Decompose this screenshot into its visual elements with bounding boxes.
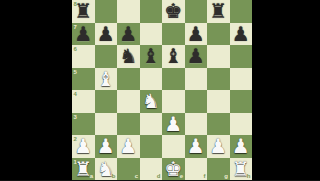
- square-d6[interactable]: ♝: [140, 45, 163, 68]
- square-e5[interactable]: [162, 68, 185, 91]
- piece-black-pawn[interactable]: ♟: [95, 23, 118, 46]
- piece-black-pawn[interactable]: ♟: [117, 23, 140, 46]
- square-g2[interactable]: ♟: [207, 135, 230, 158]
- square-b8[interactable]: [95, 0, 118, 23]
- square-e2[interactable]: [162, 135, 185, 158]
- square-d8[interactable]: [140, 0, 163, 23]
- piece-white-knight[interactable]: ♞: [140, 90, 163, 113]
- square-e8[interactable]: ♚: [162, 0, 185, 23]
- square-d7[interactable]: [140, 23, 163, 46]
- square-f4[interactable]: [185, 90, 208, 113]
- piece-white-knight[interactable]: ♞: [95, 158, 118, 181]
- square-g8[interactable]: ♜: [207, 0, 230, 23]
- piece-white-pawn[interactable]: ♟: [95, 135, 118, 158]
- piece-black-pawn[interactable]: ♟: [72, 23, 95, 46]
- square-f2[interactable]: ♟: [185, 135, 208, 158]
- rank-label-3: 3: [74, 114, 77, 120]
- square-d4[interactable]: ♞: [140, 90, 163, 113]
- square-c3[interactable]: [117, 113, 140, 136]
- square-b6[interactable]: [95, 45, 118, 68]
- square-f1[interactable]: f: [185, 158, 208, 181]
- file-label-c: c: [135, 173, 138, 179]
- square-b4[interactable]: [95, 90, 118, 113]
- square-b7[interactable]: ♟: [95, 23, 118, 46]
- square-h4[interactable]: [230, 90, 253, 113]
- piece-black-pawn[interactable]: ♟: [185, 45, 208, 68]
- square-h7[interactable]: ♟: [230, 23, 253, 46]
- square-f8[interactable]: [185, 0, 208, 23]
- piece-white-pawn[interactable]: ♟: [162, 113, 185, 136]
- square-f6[interactable]: ♟: [185, 45, 208, 68]
- square-e6[interactable]: ♝: [162, 45, 185, 68]
- file-label-d: d: [157, 173, 161, 179]
- square-a8[interactable]: 8♜: [72, 0, 95, 23]
- square-e7[interactable]: [162, 23, 185, 46]
- square-g4[interactable]: [207, 90, 230, 113]
- piece-white-rook[interactable]: ♜: [230, 158, 253, 181]
- video-frame: 8♜♚♜7♟♟♟♟♟6♞♝♝♟5♝4♞3♟2♟♟♟♟♟♟1a♜b♞cde♚fgh…: [0, 0, 320, 180]
- piece-black-rook[interactable]: ♜: [207, 0, 230, 23]
- square-a7[interactable]: 7♟: [72, 23, 95, 46]
- file-label-g: g: [224, 173, 228, 179]
- piece-black-king[interactable]: ♚: [162, 0, 185, 23]
- square-c7[interactable]: ♟: [117, 23, 140, 46]
- square-c1[interactable]: c: [117, 158, 140, 181]
- square-d2[interactable]: [140, 135, 163, 158]
- square-g7[interactable]: [207, 23, 230, 46]
- square-a6[interactable]: 6: [72, 45, 95, 68]
- square-c5[interactable]: [117, 68, 140, 91]
- square-d5[interactable]: [140, 68, 163, 91]
- square-c4[interactable]: [117, 90, 140, 113]
- square-h6[interactable]: [230, 45, 253, 68]
- piece-white-king[interactable]: ♚: [162, 158, 185, 181]
- square-a5[interactable]: 5: [72, 68, 95, 91]
- square-b5[interactable]: ♝: [95, 68, 118, 91]
- square-h1[interactable]: h♜: [230, 158, 253, 181]
- piece-black-pawn[interactable]: ♟: [230, 23, 253, 46]
- piece-white-pawn[interactable]: ♟: [207, 135, 230, 158]
- square-h2[interactable]: ♟: [230, 135, 253, 158]
- piece-black-knight[interactable]: ♞: [117, 45, 140, 68]
- piece-white-rook[interactable]: ♜: [72, 158, 95, 181]
- square-c2[interactable]: ♟: [117, 135, 140, 158]
- piece-black-bishop[interactable]: ♝: [162, 45, 185, 68]
- square-g6[interactable]: [207, 45, 230, 68]
- square-g1[interactable]: g: [207, 158, 230, 181]
- file-label-f: f: [204, 173, 206, 179]
- piece-white-pawn[interactable]: ♟: [185, 135, 208, 158]
- square-e4[interactable]: [162, 90, 185, 113]
- rank-label-5: 5: [74, 69, 77, 75]
- square-a2[interactable]: 2♟: [72, 135, 95, 158]
- piece-white-bishop[interactable]: ♝: [95, 68, 118, 91]
- square-a3[interactable]: 3: [72, 113, 95, 136]
- square-c8[interactable]: [117, 0, 140, 23]
- square-f7[interactable]: ♟: [185, 23, 208, 46]
- square-d1[interactable]: d: [140, 158, 163, 181]
- piece-black-pawn[interactable]: ♟: [185, 23, 208, 46]
- square-a4[interactable]: 4: [72, 90, 95, 113]
- square-h8[interactable]: [230, 0, 253, 23]
- square-g3[interactable]: [207, 113, 230, 136]
- square-f3[interactable]: [185, 113, 208, 136]
- square-b2[interactable]: ♟: [95, 135, 118, 158]
- square-e1[interactable]: e♚: [162, 158, 185, 181]
- square-b1[interactable]: b♞: [95, 158, 118, 181]
- chess-board: 8♜♚♜7♟♟♟♟♟6♞♝♝♟5♝4♞3♟2♟♟♟♟♟♟1a♜b♞cde♚fgh…: [72, 0, 252, 180]
- piece-black-bishop[interactable]: ♝: [140, 45, 163, 68]
- square-c6[interactable]: ♞: [117, 45, 140, 68]
- square-f5[interactable]: [185, 68, 208, 91]
- square-h3[interactable]: [230, 113, 253, 136]
- rank-label-4: 4: [74, 91, 77, 97]
- square-a1[interactable]: 1a♜: [72, 158, 95, 181]
- piece-white-pawn[interactable]: ♟: [230, 135, 253, 158]
- square-b3[interactable]: [95, 113, 118, 136]
- piece-white-pawn[interactable]: ♟: [72, 135, 95, 158]
- square-h5[interactable]: [230, 68, 253, 91]
- rank-label-6: 6: [74, 46, 77, 52]
- square-g5[interactable]: [207, 68, 230, 91]
- letterbox-right-bar: [252, 0, 320, 180]
- letterbox-left-bar: [0, 0, 72, 180]
- square-d3[interactable]: [140, 113, 163, 136]
- piece-black-rook[interactable]: ♜: [72, 0, 95, 23]
- piece-white-pawn[interactable]: ♟: [117, 135, 140, 158]
- square-e3[interactable]: ♟: [162, 113, 185, 136]
